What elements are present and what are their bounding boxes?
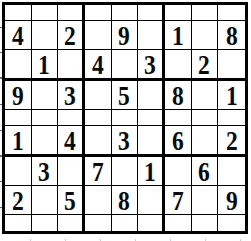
given-digit: 8 — [119, 187, 131, 215]
given-digit: 5 — [64, 187, 76, 215]
given-digit: 7 — [92, 158, 104, 186]
gridline-bleed-tick — [0, 77, 2, 79]
cell-r7c5[interactable] — [112, 157, 139, 186]
cell-r9c6[interactable] — [138, 215, 165, 231]
given-digit: 1 — [39, 51, 51, 79]
gridline-bleed-tick — [0, 155, 2, 157]
given-digit: 9 — [119, 22, 131, 50]
cell-r5c9[interactable] — [218, 110, 245, 126]
cell-r9c3[interactable] — [58, 215, 85, 231]
cell-r1c2[interactable] — [32, 5, 59, 21]
cell-r8c1[interactable]: 2 — [5, 186, 32, 215]
cell-r4c3[interactable]: 3 — [58, 81, 85, 110]
gridline-bleed-tick — [0, 130, 2, 131]
cell-r6c5[interactable]: 3 — [112, 126, 139, 157]
given-digit: 3 — [39, 158, 51, 186]
cell-r5c6[interactable] — [138, 110, 165, 126]
cell-r8c9[interactable]: 9 — [218, 186, 245, 215]
cell-r6c3[interactable]: 4 — [58, 126, 85, 157]
cell-r1c3[interactable] — [58, 5, 85, 21]
cell-r9c9[interactable] — [218, 215, 245, 231]
cell-r4c4[interactable] — [85, 81, 112, 110]
cell-r1c8[interactable] — [192, 5, 219, 21]
gridline-bleed-tick — [0, 181, 2, 182]
given-digit: 4 — [64, 127, 76, 155]
cell-r7c4[interactable]: 7 — [85, 157, 112, 186]
given-digit: 1 — [12, 127, 24, 155]
cell-r3c2[interactable]: 1 — [32, 50, 59, 81]
given-digit: 9 — [12, 82, 24, 110]
cell-r1c6[interactable] — [138, 5, 165, 21]
cell-r4c9[interactable]: 1 — [218, 81, 245, 110]
cell-r4c2[interactable] — [32, 81, 59, 110]
given-digit: 4 — [12, 22, 24, 50]
given-digit: 2 — [199, 51, 211, 79]
given-digit: 9 — [226, 187, 238, 215]
given-digit: 1 — [144, 158, 156, 186]
given-digit: 3 — [64, 82, 76, 110]
cell-r3c5[interactable] — [112, 50, 139, 81]
cell-r3c3[interactable] — [58, 50, 85, 81]
cell-r6c9[interactable]: 2 — [218, 126, 245, 157]
cell-r5c8[interactable] — [192, 110, 219, 126]
cell-r6c1[interactable]: 1 — [5, 126, 32, 157]
cell-r9c1[interactable] — [5, 215, 32, 231]
cell-r3c8[interactable]: 2 — [192, 50, 219, 81]
sudoku-board: 4291814329358114362371625879 — [2, 2, 248, 234]
gridline-bleed-tick — [0, 27, 2, 28]
cell-r3c6[interactable]: 3 — [138, 50, 165, 81]
given-digit: 7 — [172, 187, 184, 215]
cell-r7c9[interactable] — [218, 157, 245, 186]
cell-r3c9[interactable] — [218, 50, 245, 81]
cell-r6c8[interactable] — [192, 126, 219, 157]
cell-r8c8[interactable] — [192, 186, 219, 215]
cell-r7c3[interactable] — [58, 157, 85, 186]
cell-r3c4[interactable]: 4 — [85, 50, 112, 81]
cell-r4c7[interactable]: 8 — [165, 81, 192, 110]
cell-r1c5[interactable] — [112, 5, 139, 21]
cell-r9c4[interactable] — [85, 215, 112, 231]
cell-r9c5[interactable] — [112, 215, 139, 231]
cell-r4c1[interactable]: 9 — [5, 81, 32, 110]
given-digit: 3 — [119, 127, 131, 155]
cell-r3c1[interactable] — [5, 50, 32, 81]
cell-r1c7[interactable] — [165, 5, 192, 21]
cell-r4c6[interactable] — [138, 81, 165, 110]
cell-r7c8[interactable]: 6 — [192, 157, 219, 186]
cell-r6c7[interactable]: 6 — [165, 126, 192, 157]
cell-r2c2[interactable] — [32, 21, 59, 50]
cell-r5c2[interactable] — [32, 110, 59, 126]
cell-r6c6[interactable] — [138, 126, 165, 157]
cell-r8c6[interactable] — [138, 186, 165, 215]
given-digit: 1 — [226, 82, 238, 110]
cell-r5c3[interactable] — [58, 110, 85, 126]
cell-r2c1[interactable]: 4 — [5, 21, 32, 50]
given-digit: 8 — [172, 82, 184, 110]
given-digit: 8 — [226, 22, 238, 50]
cell-r4c5[interactable]: 5 — [112, 81, 139, 110]
gridline-bleed-tick — [0, 52, 2, 53]
cell-r3c7[interactable] — [165, 50, 192, 81]
cell-r2c3[interactable]: 2 — [58, 21, 85, 50]
cell-r8c5[interactable]: 8 — [112, 186, 139, 215]
cell-r2c7[interactable]: 1 — [165, 21, 192, 50]
cell-r2c6[interactable] — [138, 21, 165, 50]
cell-r5c5[interactable] — [112, 110, 139, 126]
given-digit: 2 — [12, 187, 24, 215]
cell-r9c2[interactable] — [32, 215, 59, 231]
cell-r1c9[interactable] — [218, 5, 245, 21]
cell-r7c1[interactable] — [5, 157, 32, 186]
cell-r7c7[interactable] — [165, 157, 192, 186]
cell-r4c8[interactable] — [192, 81, 219, 110]
cell-r1c1[interactable] — [5, 5, 32, 21]
given-digit: 6 — [172, 127, 184, 155]
cell-r2c8[interactable] — [192, 21, 219, 50]
cell-r8c3[interactable]: 5 — [58, 186, 85, 215]
cell-r9c8[interactable] — [192, 215, 219, 231]
cell-r9c7[interactable] — [165, 215, 192, 231]
cell-r6c4[interactable] — [85, 126, 112, 157]
given-digit: 4 — [92, 51, 104, 79]
given-digit: 6 — [199, 158, 211, 186]
given-digit: 2 — [64, 22, 76, 50]
cell-r8c7[interactable]: 7 — [165, 186, 192, 215]
given-digit: 2 — [226, 127, 238, 155]
cell-r8c2[interactable] — [32, 186, 59, 215]
cell-r5c7[interactable] — [165, 110, 192, 126]
cell-r8c4[interactable] — [85, 186, 112, 215]
cell-r2c4[interactable] — [85, 21, 112, 50]
cell-r5c4[interactable] — [85, 110, 112, 126]
cell-r2c5[interactable]: 9 — [112, 21, 139, 50]
given-digit: 3 — [144, 51, 156, 79]
gridline-bleed-tick — [0, 207, 2, 208]
given-digit: 1 — [172, 22, 184, 50]
spreadsheet-background: 4291814329358114362371625879 — [0, 0, 251, 241]
cell-r5c1[interactable] — [5, 110, 32, 126]
cell-r2c9[interactable]: 8 — [218, 21, 245, 50]
cell-r1c4[interactable] — [85, 5, 112, 21]
cell-r7c6[interactable]: 1 — [138, 157, 165, 186]
gridline-bleed-tick — [0, 104, 2, 105]
cell-r7c2[interactable]: 3 — [32, 157, 59, 186]
given-digit: 5 — [119, 82, 131, 110]
cell-r6c2[interactable] — [32, 126, 59, 157]
